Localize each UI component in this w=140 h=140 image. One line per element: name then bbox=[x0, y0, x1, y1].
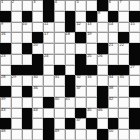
white-cell-r12c12[interactable] bbox=[129, 129, 140, 140]
white-cell-r0c12[interactable] bbox=[129, 0, 140, 11]
clue-number: 11 bbox=[44, 22, 48, 26]
white-cell-r1c11[interactable] bbox=[118, 11, 129, 22]
white-cell-r5c4[interactable]: 24 bbox=[43, 54, 54, 65]
white-cell-r9c7[interactable] bbox=[75, 97, 86, 108]
white-cell-r10c11[interactable] bbox=[118, 108, 129, 119]
white-cell-r4c1[interactable] bbox=[11, 43, 22, 54]
white-cell-r3c2[interactable] bbox=[22, 32, 33, 43]
clue-number: 29 bbox=[12, 75, 16, 79]
clue-number: 18 bbox=[66, 32, 70, 36]
black-cell-r8c9 bbox=[97, 86, 108, 97]
white-cell-r9c2[interactable] bbox=[22, 97, 33, 108]
black-cell-r11c6 bbox=[65, 118, 76, 129]
white-cell-r3c1[interactable] bbox=[11, 32, 22, 43]
white-cell-r2c9[interactable] bbox=[97, 22, 108, 33]
clue-number: 33 bbox=[87, 75, 91, 79]
white-cell-r5c1[interactable] bbox=[11, 54, 22, 65]
clue-number: 41 bbox=[66, 97, 70, 101]
white-cell-r3c12[interactable] bbox=[129, 32, 140, 43]
white-cell-r8c4[interactable] bbox=[43, 86, 54, 97]
clue-number: 45 bbox=[87, 108, 91, 112]
clue-number: 20 bbox=[33, 43, 37, 47]
white-cell-r12c0[interactable]: 48 bbox=[0, 129, 11, 140]
white-cell-r2c10[interactable]: 14 bbox=[108, 22, 119, 33]
white-cell-r0c7[interactable]: 5 bbox=[75, 0, 86, 11]
black-cell-r12c9 bbox=[97, 129, 108, 140]
white-cell-r5c2[interactable] bbox=[22, 54, 33, 65]
white-cell-r1c9[interactable]: 8 bbox=[97, 11, 108, 22]
white-cell-r8c11[interactable] bbox=[118, 86, 129, 97]
clue-number: 28 bbox=[1, 75, 5, 79]
white-cell-r7c4[interactable] bbox=[43, 75, 54, 86]
black-cell-r1c8 bbox=[86, 11, 97, 22]
clue-number: 21 bbox=[109, 43, 113, 47]
white-cell-r5c10[interactable] bbox=[108, 54, 119, 65]
white-cell-r6c4[interactable] bbox=[43, 65, 54, 76]
white-cell-r5c11[interactable] bbox=[118, 54, 129, 65]
clue-number: 39 bbox=[1, 97, 5, 101]
white-cell-r2c3[interactable] bbox=[32, 22, 43, 33]
white-cell-r7c5[interactable]: 31 bbox=[54, 75, 65, 86]
white-cell-r8c8[interactable] bbox=[86, 86, 97, 97]
black-cell-r5c7 bbox=[75, 54, 86, 65]
white-cell-r0c10[interactable]: 6 bbox=[108, 0, 119, 11]
white-cell-r9c10[interactable]: 42 bbox=[108, 97, 119, 108]
white-cell-r3c4[interactable]: 17 bbox=[43, 32, 54, 43]
clue-number: 34 bbox=[109, 75, 113, 79]
clue-number: 19 bbox=[87, 32, 91, 36]
black-cell-r7c6 bbox=[65, 75, 76, 86]
white-cell-r10c9[interactable]: 46 bbox=[97, 108, 108, 119]
black-cell-r5c12 bbox=[129, 54, 140, 65]
white-cell-r0c6[interactable] bbox=[65, 0, 76, 11]
clue-number: 27 bbox=[130, 65, 134, 69]
white-cell-r12c5[interactable]: 49 bbox=[54, 129, 65, 140]
clue-number: 37 bbox=[76, 86, 80, 90]
white-cell-r9c1[interactable] bbox=[11, 97, 22, 108]
white-cell-r12c7[interactable] bbox=[75, 129, 86, 140]
white-cell-r2c5[interactable] bbox=[54, 22, 65, 33]
clue-number: 30 bbox=[33, 75, 37, 79]
white-cell-r9c12[interactable] bbox=[129, 97, 140, 108]
white-cell-r11c7[interactable]: 47 bbox=[75, 118, 86, 129]
white-cell-r5c0[interactable]: 23 bbox=[0, 54, 11, 65]
black-cell-r6c2 bbox=[22, 65, 33, 76]
white-cell-r7c0[interactable]: 28 bbox=[0, 75, 11, 86]
white-cell-r7c2[interactable] bbox=[22, 75, 33, 86]
crossword-grid: 1234567891011121314151617181920212223242… bbox=[0, 0, 140, 140]
white-cell-r6c6[interactable] bbox=[65, 65, 76, 76]
white-cell-r11c11[interactable] bbox=[118, 118, 129, 129]
clue-number: 16 bbox=[1, 32, 5, 36]
white-cell-r10c8[interactable]: 45 bbox=[86, 108, 97, 119]
clue-number: 35 bbox=[119, 75, 123, 79]
white-cell-r8c3[interactable]: 36 bbox=[32, 86, 43, 97]
black-cell-r1c10 bbox=[108, 11, 119, 22]
clue-number: 1 bbox=[1, 0, 3, 4]
clue-number: 26 bbox=[98, 54, 102, 58]
black-cell-r4c2 bbox=[22, 43, 33, 54]
white-cell-r0c3[interactable]: 3 bbox=[32, 0, 43, 11]
white-cell-r2c12[interactable]: 15 bbox=[129, 22, 140, 33]
clue-number: 13 bbox=[87, 22, 91, 26]
white-cell-r3c8[interactable]: 19 bbox=[86, 32, 97, 43]
clue-number: 15 bbox=[130, 22, 134, 26]
black-cell-r9c4 bbox=[43, 97, 54, 108]
clue-number: 12 bbox=[76, 22, 80, 26]
white-cell-r6c12[interactable]: 27 bbox=[129, 65, 140, 76]
white-cell-r10c10[interactable] bbox=[108, 108, 119, 119]
white-cell-r0c11[interactable]: 7 bbox=[118, 0, 129, 11]
clue-number: 48 bbox=[1, 129, 5, 133]
white-cell-r9c5[interactable]: 40 bbox=[54, 97, 65, 108]
clue-number: 9 bbox=[1, 22, 3, 26]
white-cell-r2c11[interactable] bbox=[118, 22, 129, 33]
white-cell-r10c3[interactable]: 44 bbox=[32, 108, 43, 119]
white-cell-r3c5[interactable] bbox=[54, 32, 65, 43]
clue-number: 6 bbox=[109, 0, 111, 4]
black-cell-r5c3 bbox=[32, 54, 43, 65]
black-cell-r11c4 bbox=[43, 118, 54, 129]
clue-number: 10 bbox=[23, 22, 27, 26]
white-cell-r12c10[interactable]: 50 bbox=[108, 129, 119, 140]
clue-number: 49 bbox=[55, 129, 59, 133]
black-cell-r10c12 bbox=[129, 108, 140, 119]
white-cell-r1c5[interactable] bbox=[54, 11, 65, 22]
clue-number: 2 bbox=[12, 0, 14, 4]
white-cell-r2c2[interactable]: 10 bbox=[22, 22, 33, 33]
white-cell-r9c6[interactable]: 41 bbox=[65, 97, 76, 108]
white-cell-r10c1[interactable] bbox=[11, 108, 22, 119]
white-cell-r4c6[interactable] bbox=[65, 43, 76, 54]
white-cell-r4c7[interactable] bbox=[75, 43, 86, 54]
clue-number: 3 bbox=[33, 0, 35, 4]
black-cell-r1c0 bbox=[0, 11, 11, 22]
white-cell-r8c7[interactable]: 37 bbox=[75, 86, 86, 97]
white-cell-r4c10[interactable]: 21 bbox=[108, 43, 119, 54]
black-cell-r1c4 bbox=[43, 11, 54, 22]
clue-number: 50 bbox=[109, 129, 113, 133]
clue-number: 43 bbox=[1, 108, 5, 112]
white-cell-r12c8[interactable] bbox=[86, 129, 97, 140]
clue-number: 22 bbox=[119, 43, 123, 47]
white-cell-r12c11[interactable] bbox=[118, 129, 129, 140]
white-cell-r4c5[interactable] bbox=[54, 43, 65, 54]
black-cell-r11c12 bbox=[129, 118, 140, 129]
white-cell-r3c9[interactable] bbox=[97, 32, 108, 43]
clue-number: 44 bbox=[33, 108, 37, 112]
white-cell-r1c7[interactable] bbox=[75, 11, 86, 22]
white-cell-r3c0[interactable]: 16 bbox=[0, 32, 11, 43]
white-cell-r4c11[interactable]: 22 bbox=[118, 43, 129, 54]
clue-number: 40 bbox=[55, 97, 59, 101]
black-cell-r1c6 bbox=[65, 11, 76, 22]
white-cell-r11c1[interactable] bbox=[11, 118, 22, 129]
white-cell-r7c12[interactable] bbox=[129, 75, 140, 86]
clue-number: 46 bbox=[98, 108, 102, 112]
white-cell-r2c1[interactable] bbox=[11, 22, 22, 33]
white-cell-r5c5[interactable] bbox=[54, 54, 65, 65]
black-cell-r1c2 bbox=[22, 11, 33, 22]
white-cell-r7c1[interactable]: 29 bbox=[11, 75, 22, 86]
white-cell-r10c6[interactable] bbox=[65, 108, 76, 119]
white-cell-r0c1[interactable]: 2 bbox=[11, 0, 22, 11]
white-cell-r12c6[interactable] bbox=[65, 129, 76, 140]
white-cell-r5c9[interactable]: 26 bbox=[97, 54, 108, 65]
white-cell-r10c5[interactable] bbox=[54, 108, 65, 119]
white-cell-r0c2[interactable] bbox=[22, 0, 33, 11]
black-cell-r12c4 bbox=[43, 129, 54, 140]
white-cell-r4c3[interactable]: 20 bbox=[32, 43, 43, 54]
white-cell-r7c8[interactable]: 33 bbox=[86, 75, 97, 86]
clue-number: 36 bbox=[33, 86, 37, 90]
clue-number: 24 bbox=[44, 54, 48, 58]
white-cell-r8c1[interactable] bbox=[11, 86, 22, 97]
clue-number: 32 bbox=[76, 75, 80, 79]
white-cell-r0c5[interactable]: 4 bbox=[54, 0, 65, 11]
black-cell-r3c7 bbox=[75, 32, 86, 43]
clue-number: 5 bbox=[76, 0, 78, 4]
white-cell-r12c3[interactable] bbox=[32, 129, 43, 140]
black-cell-r0c4 bbox=[43, 0, 54, 11]
white-cell-r11c3[interactable] bbox=[32, 118, 43, 129]
white-cell-r11c9[interactable] bbox=[97, 118, 108, 129]
black-cell-r8c2 bbox=[22, 86, 33, 97]
white-cell-r5c8[interactable]: 25 bbox=[86, 54, 97, 65]
clue-number: 31 bbox=[55, 75, 59, 79]
black-cell-r8c12 bbox=[129, 86, 140, 97]
white-cell-r0c0[interactable]: 1 bbox=[0, 0, 11, 11]
white-cell-r10c0[interactable]: 43 bbox=[0, 108, 11, 119]
clue-number: 17 bbox=[44, 32, 48, 36]
white-cell-r12c1[interactable] bbox=[11, 129, 22, 140]
clue-number: 25 bbox=[87, 54, 91, 58]
clue-number: 47 bbox=[76, 118, 80, 122]
white-cell-r9c11[interactable] bbox=[118, 97, 129, 108]
clue-number: 4 bbox=[55, 0, 57, 4]
clue-number: 14 bbox=[109, 22, 113, 26]
white-cell-r0c8[interactable] bbox=[86, 0, 97, 11]
white-cell-r6c9[interactable] bbox=[97, 65, 108, 76]
white-cell-r10c4[interactable] bbox=[43, 108, 54, 119]
black-cell-r10c2 bbox=[22, 108, 33, 119]
white-cell-r7c11[interactable]: 35 bbox=[118, 75, 129, 86]
white-cell-r7c9[interactable] bbox=[97, 75, 108, 86]
clue-number: 7 bbox=[119, 0, 121, 4]
clue-number: 8 bbox=[98, 11, 100, 15]
white-cell-r2c7[interactable]: 12 bbox=[75, 22, 86, 33]
white-cell-r5c6[interactable] bbox=[65, 54, 76, 65]
black-cell-r1c12 bbox=[129, 11, 140, 22]
white-cell-r1c1[interactable] bbox=[11, 11, 22, 22]
white-cell-r3c6[interactable]: 18 bbox=[65, 32, 76, 43]
clue-number: 42 bbox=[109, 97, 113, 101]
clue-number: 38 bbox=[109, 86, 113, 90]
black-cell-r4c12 bbox=[129, 43, 140, 54]
black-cell-r11c2 bbox=[22, 118, 33, 129]
clue-number: 23 bbox=[1, 54, 5, 58]
white-cell-r12c2[interactable] bbox=[22, 129, 33, 140]
black-cell-r11c8 bbox=[86, 118, 97, 129]
white-cell-r1c3[interactable] bbox=[32, 11, 43, 22]
